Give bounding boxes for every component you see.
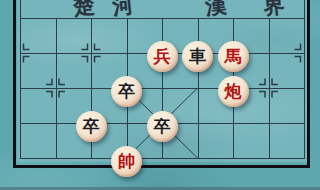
board-cell[interactable]	[233, 123, 269, 158]
piece-glyph: 卒	[154, 118, 171, 135]
board-cell[interactable]	[56, 18, 92, 53]
board-cell[interactable]	[269, 88, 305, 123]
piece-black-soldier[interactable]: 卒	[111, 76, 142, 107]
board-cell[interactable]	[20, 88, 56, 123]
piece-red-cannon[interactable]: 炮	[218, 76, 249, 107]
piece-glyph: 馬	[225, 48, 242, 65]
board-cell[interactable]	[269, 53, 305, 88]
piece-black-soldier[interactable]: 卒	[76, 111, 107, 142]
river-left-edge-line	[20, 0, 21, 18]
piece-glyph: 卒	[118, 83, 135, 100]
board-cell[interactable]	[56, 53, 92, 88]
board-cell[interactable]	[20, 123, 56, 158]
piece-black-soldier[interactable]: 卒	[147, 111, 178, 142]
piece-glyph: 兵	[154, 48, 171, 65]
board-cell[interactable]	[91, 18, 127, 53]
piece-glyph: 帥	[118, 153, 135, 170]
piece-red-soldier[interactable]: 兵	[147, 41, 178, 72]
board-cell[interactable]	[20, 53, 56, 88]
board-cell[interactable]	[20, 18, 56, 53]
river-right-edge-line	[304, 0, 305, 18]
piece-black-chariot[interactable]: 車	[182, 41, 213, 72]
piece-glyph: 卒	[83, 118, 100, 135]
frame-bottom-edge	[0, 187, 320, 190]
board-cell[interactable]	[269, 18, 305, 53]
piece-glyph: 炮	[225, 83, 242, 100]
xiangqi-screen: 楚 河 漢 界 兵車馬卒炮卒卒帥	[0, 0, 320, 190]
board-cell[interactable]	[269, 123, 305, 158]
piece-red-general[interactable]: 帥	[111, 146, 142, 177]
board-cell[interactable]	[198, 123, 234, 158]
piece-red-horse[interactable]: 馬	[218, 41, 249, 72]
piece-glyph: 車	[189, 48, 206, 65]
